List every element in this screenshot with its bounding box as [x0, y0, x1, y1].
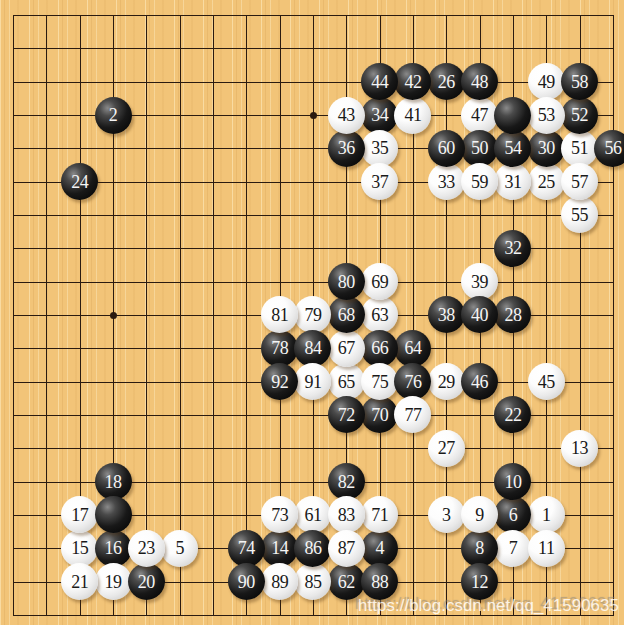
stone-white-43: 43 [328, 97, 365, 134]
stone-number: 37 [371, 173, 388, 191]
stone-white-7: 7 [494, 530, 531, 567]
stone-number: 86 [304, 539, 321, 557]
stone-number: 7 [509, 539, 518, 557]
stone-black-34: 34 [361, 97, 398, 134]
stone-number: 39 [471, 273, 488, 291]
stone-number: 85 [304, 573, 321, 591]
stone-number: 30 [538, 139, 555, 157]
stone-number: 83 [338, 506, 355, 524]
stone-white-27: 27 [428, 430, 465, 467]
stone-number: 42 [404, 73, 421, 91]
stone-number: 45 [538, 373, 555, 391]
stone-number: 65 [338, 373, 355, 391]
stone-black-30: 30 [528, 130, 565, 167]
stone-white-79: 79 [294, 296, 331, 333]
stone-white-89: 89 [261, 563, 298, 600]
stone-number: 11 [538, 539, 554, 557]
stone-black-26: 26 [428, 63, 465, 100]
stone-white-73: 73 [261, 496, 298, 533]
stone-number: 67 [338, 339, 355, 357]
stone-black-12: 12 [461, 563, 498, 600]
stone-number: 91 [304, 373, 321, 391]
stone-number: 82 [338, 473, 355, 491]
stone-white-83: 83 [328, 496, 365, 533]
stone-white-85: 85 [294, 563, 331, 600]
stone-number: 69 [371, 273, 388, 291]
stone-number: 75 [371, 373, 388, 391]
stone-number: 61 [304, 506, 321, 524]
stone-number: 10 [504, 473, 521, 491]
stone-number: 14 [271, 539, 288, 557]
stone-black-8: 8 [461, 530, 498, 567]
stone-number: 88 [371, 573, 388, 591]
stone-number: 57 [571, 173, 588, 191]
stone-number: 15 [71, 539, 88, 557]
stone-number: 64 [404, 339, 421, 357]
stone-white-45: 45 [528, 363, 565, 400]
stone-number: 70 [371, 406, 388, 424]
stone-number: 25 [538, 173, 555, 191]
stone-black-84: 84 [294, 330, 331, 367]
stone-number: 84 [304, 339, 321, 357]
stone-white-59: 59 [461, 163, 498, 200]
stone-number: 43 [338, 106, 355, 124]
stone-black-78: 78 [261, 330, 298, 367]
stone-white-91: 91 [294, 363, 331, 400]
stone-white-1: 1 [528, 496, 565, 533]
stone-black-76: 76 [394, 363, 431, 400]
stone-white-49: 49 [528, 63, 565, 100]
watermark: https://blog.csdn.net/qq_41590635 [358, 596, 619, 616]
stone-white-61: 61 [294, 496, 331, 533]
stone-number: 35 [371, 139, 388, 157]
stone-black-38: 38 [428, 296, 465, 333]
stone-black-86: 86 [294, 530, 331, 567]
stone-number: 74 [238, 539, 255, 557]
stone-white-69: 69 [361, 263, 398, 300]
stone-number: 72 [338, 406, 355, 424]
stone-number: 50 [471, 139, 488, 157]
stone-number: 92 [271, 373, 288, 391]
stone-number: 55 [571, 206, 588, 224]
stone-black-62: 62 [328, 563, 365, 600]
stone-number: 9 [475, 506, 484, 524]
stone-black-16: 16 [95, 530, 132, 567]
stone-white-63: 63 [361, 296, 398, 333]
stone-black-14: 14 [261, 530, 298, 567]
stone-white-21: 21 [61, 563, 98, 600]
stone-black-4: 4 [361, 530, 398, 567]
stone-number: 78 [271, 339, 288, 357]
stone-black-72: 72 [328, 396, 365, 433]
stone-number: 22 [504, 406, 521, 424]
stone-black-18: 18 [95, 463, 132, 500]
stone-white-41: 41 [394, 97, 431, 134]
stone-number: 24 [71, 173, 88, 191]
stone-number: 90 [238, 573, 255, 591]
stone-black-40: 40 [461, 296, 498, 333]
stone-number: 49 [538, 73, 555, 91]
stone-black-80: 80 [328, 263, 365, 300]
stone-number: 54 [504, 139, 521, 157]
stone-white-9: 9 [461, 496, 498, 533]
stone-number: 89 [271, 573, 288, 591]
stone-white-57: 57 [561, 163, 598, 200]
stone-number: 12 [471, 573, 488, 591]
stone-number: 28 [504, 306, 521, 324]
stone-number: 81 [271, 306, 288, 324]
stone-number: 38 [438, 306, 455, 324]
stone-number: 68 [338, 306, 355, 324]
stone-white-67: 67 [328, 330, 365, 367]
stone-white-47: 47 [461, 97, 498, 134]
stone-white-13: 13 [561, 430, 598, 467]
stone-black-20: 20 [128, 563, 165, 600]
stone-number: 47 [471, 106, 488, 124]
stone-number: 21 [71, 573, 88, 591]
stone-white-11: 11 [528, 530, 565, 567]
stone-number: 79 [304, 306, 321, 324]
stone-number: 4 [375, 539, 384, 557]
stone-number: 71 [371, 506, 388, 524]
stone-number: 27 [438, 439, 455, 457]
stone-white-5: 5 [161, 530, 198, 567]
stone-black-22: 22 [494, 396, 531, 433]
stone-number: 46 [471, 373, 488, 391]
stone-number: 41 [404, 106, 421, 124]
stone-number: 59 [471, 173, 488, 191]
stone-white-37: 37 [361, 163, 398, 200]
stone-black-46: 46 [461, 363, 498, 400]
stone-black-82: 82 [328, 463, 365, 500]
stone-number: 31 [504, 173, 521, 191]
stone-number: 36 [338, 139, 355, 157]
stone-black-6: 6 [494, 496, 531, 533]
stone-number: 2 [109, 106, 118, 124]
stone-black-10: 10 [494, 463, 531, 500]
stone-number: 80 [338, 273, 355, 291]
stone-number: 18 [105, 473, 122, 491]
stone-white-77: 77 [394, 396, 431, 433]
stone-black-90: 90 [228, 563, 265, 600]
stone-number: 52 [571, 106, 588, 124]
stone-white-71: 71 [361, 496, 398, 533]
stone-white-19: 19 [95, 563, 132, 600]
stone-number: 1 [542, 506, 551, 524]
stone-black-74: 74 [228, 530, 265, 567]
stone-black-44: 44 [361, 63, 398, 100]
stone-black-32: 32 [494, 230, 531, 267]
stone-number: 73 [271, 506, 288, 524]
stone-white-25: 25 [528, 163, 565, 200]
stones-layer: 1234567891011121314151617181920212223242… [0, 0, 624, 625]
stone-black-52: 52 [561, 97, 598, 134]
stone-black-50: 50 [461, 130, 498, 167]
stone-number: 20 [138, 573, 155, 591]
stone-number: 33 [438, 173, 455, 191]
stone-white-87: 87 [328, 530, 365, 567]
stone-number: 17 [71, 506, 88, 524]
stone-black-48: 48 [461, 63, 498, 100]
stone-black-unnumbered [95, 496, 132, 533]
stone-number: 19 [105, 573, 122, 591]
stone-number: 58 [571, 73, 588, 91]
stone-number: 6 [509, 506, 518, 524]
stone-black-42: 42 [394, 63, 431, 100]
stone-white-33: 33 [428, 163, 465, 200]
stone-white-35: 35 [361, 130, 398, 167]
stone-black-70: 70 [361, 396, 398, 433]
stone-black-56: 56 [594, 130, 624, 167]
stone-number: 60 [438, 139, 455, 157]
stone-white-15: 15 [61, 530, 98, 567]
stone-black-24: 24 [61, 163, 98, 200]
stone-black-66: 66 [361, 330, 398, 367]
stone-black-92: 92 [261, 363, 298, 400]
stone-white-51: 51 [561, 130, 598, 167]
stone-number: 76 [404, 373, 421, 391]
stone-white-23: 23 [128, 530, 165, 567]
stone-white-53: 53 [528, 97, 565, 134]
stone-white-31: 31 [494, 163, 531, 200]
stone-number: 16 [105, 539, 122, 557]
stone-number: 23 [138, 539, 155, 557]
stone-white-55: 55 [561, 196, 598, 233]
stone-number: 66 [371, 339, 388, 357]
stone-number: 48 [471, 73, 488, 91]
stone-white-75: 75 [361, 363, 398, 400]
stone-number: 62 [338, 573, 355, 591]
stone-white-81: 81 [261, 296, 298, 333]
stone-number: 13 [571, 439, 588, 457]
stone-number: 40 [471, 306, 488, 324]
stone-black-54: 54 [494, 130, 531, 167]
stone-number: 44 [371, 73, 388, 91]
stone-black-68: 68 [328, 296, 365, 333]
stone-number: 53 [538, 106, 555, 124]
stone-black-88: 88 [361, 563, 398, 600]
stone-black-28: 28 [494, 296, 531, 333]
stone-black-2: 2 [95, 97, 132, 134]
stone-number: 51 [571, 139, 588, 157]
stone-number: 63 [371, 306, 388, 324]
go-board: 1234567891011121314151617181920212223242… [0, 0, 624, 625]
stone-black-36: 36 [328, 130, 365, 167]
stone-number: 34 [371, 106, 388, 124]
stone-number: 56 [604, 139, 621, 157]
stone-black-64: 64 [394, 330, 431, 367]
stone-black-58: 58 [561, 63, 598, 100]
stone-white-39: 39 [461, 263, 498, 300]
stone-white-65: 65 [328, 363, 365, 400]
stone-number: 3 [442, 506, 451, 524]
stone-number: 87 [338, 539, 355, 557]
stone-number: 77 [404, 406, 421, 424]
stone-white-17: 17 [61, 496, 98, 533]
stone-number: 29 [438, 373, 455, 391]
stone-number: 32 [504, 239, 521, 257]
stone-white-3: 3 [428, 496, 465, 533]
stone-white-29: 29 [428, 363, 465, 400]
stone-number: 8 [475, 539, 484, 557]
stone-number: 5 [175, 539, 184, 557]
stone-black-60: 60 [428, 130, 465, 167]
stone-number: 26 [438, 73, 455, 91]
stone-black-unnumbered [494, 97, 531, 134]
